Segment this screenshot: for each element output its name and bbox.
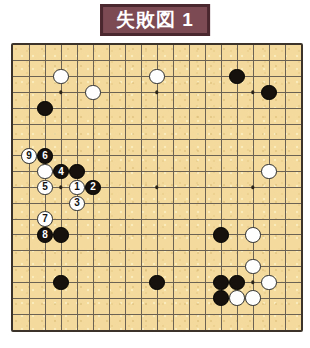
stone-black bbox=[53, 275, 69, 291]
stone-black bbox=[37, 101, 53, 117]
stone-black-move-2: 2 bbox=[85, 180, 101, 196]
stone-black bbox=[213, 227, 229, 243]
stone-white-move-5: 5 bbox=[37, 180, 53, 196]
stone-black bbox=[229, 275, 245, 291]
stone-white bbox=[261, 275, 277, 291]
move-number-label: 6 bbox=[42, 150, 48, 160]
move-number-label: 3 bbox=[74, 198, 80, 208]
stone-black-move-8: 8 bbox=[37, 227, 53, 243]
stone-black bbox=[213, 290, 229, 306]
stone-white bbox=[149, 69, 165, 85]
diagram-title: 失敗図 1 bbox=[100, 4, 210, 36]
stone-black bbox=[69, 164, 85, 180]
stone-white bbox=[37, 164, 53, 180]
move-number-label: 7 bbox=[42, 214, 48, 224]
stone-black bbox=[213, 275, 229, 291]
stone-black-move-4: 4 bbox=[53, 164, 69, 180]
move-number-label: 2 bbox=[90, 182, 96, 192]
page-root: 失敗図 1 964512378 bbox=[0, 0, 310, 348]
stone-black-move-6: 6 bbox=[37, 148, 53, 164]
stone-white-move-3: 3 bbox=[69, 196, 85, 212]
stone-white bbox=[245, 227, 261, 243]
stone-white-move-7: 7 bbox=[37, 211, 53, 227]
stone-white bbox=[85, 85, 101, 101]
move-number-label: 9 bbox=[26, 150, 32, 160]
move-number-label: 8 bbox=[42, 229, 48, 239]
move-number-label: 4 bbox=[58, 166, 64, 176]
stone-white bbox=[53, 69, 69, 85]
stone-black bbox=[53, 227, 69, 243]
stone-white bbox=[245, 290, 261, 306]
stone-black bbox=[229, 69, 245, 85]
stone-white bbox=[245, 259, 261, 275]
move-number-label: 5 bbox=[42, 182, 48, 192]
stone-white bbox=[261, 164, 277, 180]
stone-white-move-1: 1 bbox=[69, 180, 85, 196]
move-number-label: 1 bbox=[74, 182, 80, 192]
stone-white bbox=[229, 290, 245, 306]
go-board: 964512378 bbox=[11, 43, 303, 332]
stone-black bbox=[149, 275, 165, 291]
stone-black bbox=[261, 85, 277, 101]
stones-grid: 964512378 bbox=[5, 37, 309, 338]
stone-white-move-9: 9 bbox=[21, 148, 37, 164]
